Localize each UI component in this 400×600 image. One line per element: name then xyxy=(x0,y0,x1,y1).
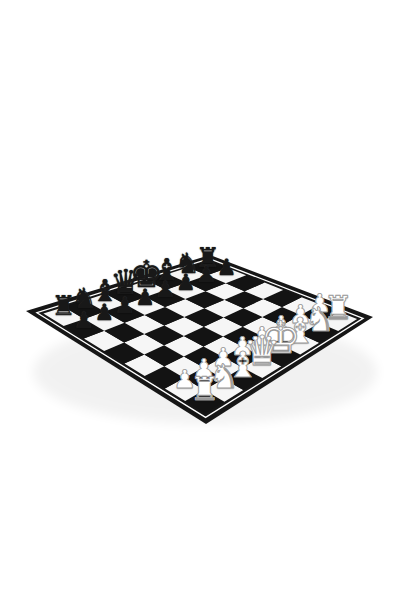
chess-set-photo: ♜♞♝♛♚♝♞♜♟♟♟♟♟♟♟♟♟♟♟♟♟♟♟♟♜♞♝♛♚♝♞♜ xyxy=(0,0,400,600)
black-pawn-a7[interactable]: ♟ xyxy=(68,309,100,332)
white-rook-a1[interactable]: ♜ xyxy=(182,373,228,406)
